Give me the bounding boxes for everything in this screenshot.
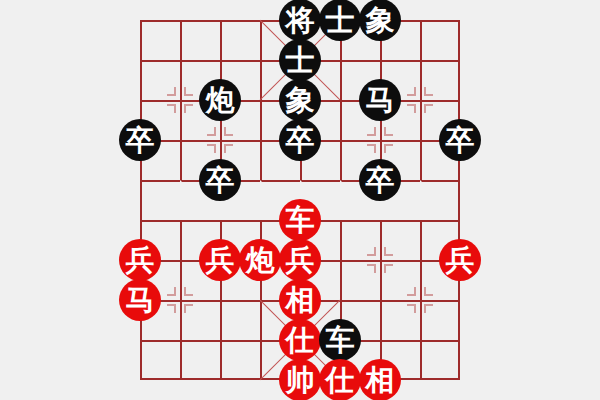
piece-black-soldier[interactable]: 卒	[199, 159, 241, 201]
piece-black-elephant[interactable]: 象	[279, 79, 321, 121]
piece-black-soldier[interactable]: 卒	[279, 119, 321, 161]
piece-red-soldier[interactable]: 兵	[439, 239, 481, 281]
piece-black-soldier[interactable]: 卒	[359, 159, 401, 201]
piece-black-cannon[interactable]: 炮	[199, 79, 241, 121]
piece-red-elephant[interactable]: 相	[359, 359, 401, 400]
app-background: 将士象士炮象马卒卒卒卒卒车兵兵炮兵兵马相仕车帅仕相	[0, 0, 600, 400]
xiangqi-board: 将士象士炮象马卒卒卒卒卒车兵兵炮兵兵马相仕车帅仕相	[140, 20, 460, 380]
piece-red-soldier[interactable]: 兵	[199, 239, 241, 281]
piece-red-horse[interactable]: 马	[119, 279, 161, 321]
pieces-layer: 将士象士炮象马卒卒卒卒卒车兵兵炮兵兵马相仕车帅仕相	[140, 20, 460, 380]
piece-black-advisor[interactable]: 士	[319, 0, 361, 41]
piece-black-elephant[interactable]: 象	[359, 0, 401, 41]
piece-black-horse[interactable]: 马	[359, 79, 401, 121]
piece-red-general[interactable]: 帅	[279, 359, 321, 400]
piece-black-soldier[interactable]: 卒	[119, 119, 161, 161]
piece-red-elephant[interactable]: 相	[279, 279, 321, 321]
piece-black-general[interactable]: 将	[279, 0, 321, 41]
piece-black-soldier[interactable]: 卒	[439, 119, 481, 161]
piece-red-cannon[interactable]: 炮	[239, 239, 281, 281]
piece-red-advisor[interactable]: 仕	[319, 359, 361, 400]
piece-red-advisor[interactable]: 仕	[279, 319, 321, 361]
piece-black-rook[interactable]: 车	[319, 319, 361, 361]
piece-red-soldier[interactable]: 兵	[119, 239, 161, 281]
piece-red-soldier[interactable]: 兵	[279, 239, 321, 281]
piece-black-advisor[interactable]: 士	[279, 39, 321, 81]
piece-red-rook[interactable]: 车	[279, 199, 321, 241]
